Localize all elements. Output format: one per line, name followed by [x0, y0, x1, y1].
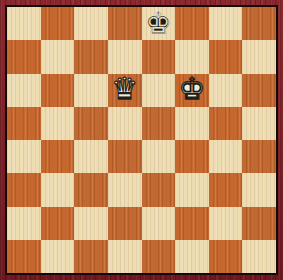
- square-f1[interactable]: [175, 240, 209, 273]
- square-b6[interactable]: [41, 74, 75, 107]
- square-g4[interactable]: [209, 140, 243, 173]
- square-g6[interactable]: [209, 74, 243, 107]
- square-d3[interactable]: [108, 173, 142, 206]
- square-f4[interactable]: [175, 140, 209, 173]
- square-b5[interactable]: [41, 107, 75, 140]
- square-e1[interactable]: [142, 240, 176, 273]
- square-g1[interactable]: [209, 240, 243, 273]
- white-queen[interactable]: ♛: [111, 74, 138, 104]
- square-h5[interactable]: [242, 107, 276, 140]
- square-e5[interactable]: [142, 107, 176, 140]
- square-a1[interactable]: [7, 240, 41, 273]
- square-g2[interactable]: [209, 207, 243, 240]
- square-a7[interactable]: [7, 40, 41, 73]
- square-e7[interactable]: [142, 40, 176, 73]
- square-c7[interactable]: [74, 40, 108, 73]
- square-b1[interactable]: [41, 240, 75, 273]
- white-king[interactable]: ♚: [178, 74, 205, 104]
- square-g8[interactable]: [209, 7, 243, 40]
- square-h8[interactable]: [242, 7, 276, 40]
- square-d5[interactable]: [108, 107, 142, 140]
- square-c4[interactable]: [74, 140, 108, 173]
- square-c8[interactable]: [74, 7, 108, 40]
- square-g7[interactable]: [209, 40, 243, 73]
- square-c6[interactable]: [74, 74, 108, 107]
- square-c1[interactable]: [74, 240, 108, 273]
- square-f2[interactable]: [175, 207, 209, 240]
- square-d4[interactable]: [108, 140, 142, 173]
- square-b7[interactable]: [41, 40, 75, 73]
- square-b8[interactable]: [41, 7, 75, 40]
- square-a3[interactable]: [7, 173, 41, 206]
- square-h6[interactable]: [242, 74, 276, 107]
- square-b4[interactable]: [41, 140, 75, 173]
- square-e3[interactable]: [142, 173, 176, 206]
- square-d8[interactable]: [108, 7, 142, 40]
- chess-board: ♚♛♚: [7, 7, 276, 273]
- square-f5[interactable]: [175, 107, 209, 140]
- square-a8[interactable]: [7, 7, 41, 40]
- square-a6[interactable]: [7, 74, 41, 107]
- square-h7[interactable]: [242, 40, 276, 73]
- square-f7[interactable]: [175, 40, 209, 73]
- square-e6[interactable]: [142, 74, 176, 107]
- square-b2[interactable]: [41, 207, 75, 240]
- board-frame: ♚♛♚: [5, 5, 278, 275]
- square-a5[interactable]: [7, 107, 41, 140]
- square-h2[interactable]: [242, 207, 276, 240]
- square-h4[interactable]: [242, 140, 276, 173]
- square-d2[interactable]: [108, 207, 142, 240]
- square-d7[interactable]: [108, 40, 142, 73]
- square-h3[interactable]: [242, 173, 276, 206]
- square-d6[interactable]: ♛: [108, 74, 142, 107]
- square-f3[interactable]: [175, 173, 209, 206]
- square-a2[interactable]: [7, 207, 41, 240]
- square-f8[interactable]: [175, 7, 209, 40]
- square-d1[interactable]: [108, 240, 142, 273]
- square-c5[interactable]: [74, 107, 108, 140]
- square-e2[interactable]: [142, 207, 176, 240]
- black-king[interactable]: ♚: [145, 8, 172, 38]
- square-h1[interactable]: [242, 240, 276, 273]
- square-e4[interactable]: [142, 140, 176, 173]
- chess-board-window: ♚♛♚: [0, 0, 283, 280]
- square-b3[interactable]: [41, 173, 75, 206]
- square-a4[interactable]: [7, 140, 41, 173]
- square-g5[interactable]: [209, 107, 243, 140]
- square-f6[interactable]: ♚: [175, 74, 209, 107]
- square-c3[interactable]: [74, 173, 108, 206]
- square-g3[interactable]: [209, 173, 243, 206]
- square-c2[interactable]: [74, 207, 108, 240]
- square-e8[interactable]: ♚: [142, 7, 176, 40]
